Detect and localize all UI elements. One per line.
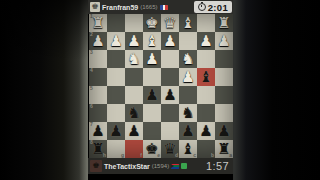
bottom-player-bar: ♚ TheTactixStar (1594) 1:57 (88, 158, 233, 174)
bottom-player-name[interactable]: TheTactixStar (104, 163, 150, 170)
top-player-rating: (1665) (140, 4, 157, 10)
black-knight: ♞ (179, 104, 197, 122)
rank-label-7: 7 (90, 122, 93, 127)
square-b5[interactable] (197, 86, 215, 104)
square-a3[interactable] (215, 50, 233, 68)
rank-label-4: 4 (90, 68, 93, 73)
square-d8[interactable]: d♛ (161, 140, 179, 158)
green-badge-icon (181, 163, 187, 169)
rank-label-2: 2 (90, 32, 93, 37)
square-c5[interactable] (179, 86, 197, 104)
square-f3[interactable]: ♞ (125, 50, 143, 68)
square-b4[interactable]: ♝ (197, 68, 215, 86)
square-c2[interactable] (179, 32, 197, 50)
rank-label-8: 8 (90, 140, 93, 145)
square-b6[interactable] (197, 104, 215, 122)
top-player-bar: ♚ Franfran59 (1665) 2:01 (88, 0, 233, 14)
square-e4[interactable] (143, 68, 161, 86)
rank-label-6: 6 (90, 104, 93, 109)
square-f2[interactable]: ♟ (125, 32, 143, 50)
square-b1[interactable] (197, 14, 215, 32)
square-h7[interactable]: 7♟ (89, 122, 107, 140)
france-flag-icon (160, 5, 168, 10)
white-queen: ♛ (161, 14, 179, 32)
top-player-name[interactable]: Franfran59 (102, 4, 138, 11)
square-a7[interactable]: ♟ (215, 122, 233, 140)
letterbox-right (233, 0, 320, 180)
white-bishop: ♝ (143, 32, 161, 50)
square-h3[interactable]: 3 (89, 50, 107, 68)
square-g6[interactable] (107, 104, 125, 122)
square-a6[interactable] (215, 104, 233, 122)
black-pawn: ♟ (161, 86, 179, 104)
square-b8[interactable]: b (197, 140, 215, 158)
white-pawn: ♟ (179, 68, 197, 86)
square-c6[interactable]: ♞ (179, 104, 197, 122)
white-pawn: ♟ (215, 32, 233, 50)
square-g5[interactable] (107, 86, 125, 104)
black-pawn: ♟ (125, 122, 143, 140)
white-rook: ♜ (215, 14, 233, 32)
white-pawn: ♟ (107, 32, 125, 50)
square-f6[interactable]: ♞ (125, 104, 143, 122)
white-pawn: ♟ (143, 50, 161, 68)
square-e8[interactable]: e♚ (143, 140, 161, 158)
square-d2[interactable]: ♟ (161, 32, 179, 50)
square-h8[interactable]: 8h♜ (89, 140, 107, 158)
square-f5[interactable] (125, 86, 143, 104)
screenshot-frame: ♚ Franfran59 (1665) 2:01 1♜♚♛♝♜2♟♟♟♝♟♟♟3… (0, 0, 320, 180)
letterbox-left (0, 0, 88, 180)
rank-label-3: 3 (90, 50, 93, 55)
black-pawn: ♟ (215, 122, 233, 140)
rank-label-1: 1 (90, 14, 93, 19)
square-e1[interactable]: ♚ (143, 14, 161, 32)
square-h1[interactable]: 1♜ (89, 14, 107, 32)
square-e2[interactable]: ♝ (143, 32, 161, 50)
top-player-avatar[interactable]: ♚ (90, 2, 100, 12)
square-c1[interactable]: ♝ (179, 14, 197, 32)
black-pawn: ♟ (197, 122, 215, 140)
square-a1[interactable]: ♜ (215, 14, 233, 32)
bottom-player-rating: (1594) (152, 163, 169, 169)
square-a2[interactable]: ♟ (215, 32, 233, 50)
square-h2[interactable]: 2♟ (89, 32, 107, 50)
square-f7[interactable]: ♟ (125, 122, 143, 140)
square-e6[interactable] (143, 104, 161, 122)
white-king: ♚ (143, 14, 161, 32)
bottom-black-strip (88, 174, 233, 180)
white-pawn: ♟ (161, 32, 179, 50)
square-c4[interactable]: ♟ (179, 68, 197, 86)
square-f1[interactable] (125, 14, 143, 32)
black-pawn: ♟ (179, 122, 197, 140)
white-bishop: ♝ (179, 14, 197, 32)
square-d3[interactable] (161, 50, 179, 68)
square-c8[interactable]: c♝ (179, 140, 197, 158)
white-knight: ♞ (125, 50, 143, 68)
square-g4[interactable] (107, 68, 125, 86)
square-g3[interactable] (107, 50, 125, 68)
square-b2[interactable]: ♟ (197, 32, 215, 50)
square-h4[interactable]: 4 (89, 68, 107, 86)
square-b3[interactable] (197, 50, 215, 68)
black-knight: ♞ (125, 104, 143, 122)
square-d4[interactable] (161, 68, 179, 86)
square-c3[interactable]: ♞ (179, 50, 197, 68)
black-pawn: ♟ (107, 122, 125, 140)
square-e7[interactable] (143, 122, 161, 140)
square-h5[interactable]: 5 (89, 86, 107, 104)
square-d1[interactable]: ♛ (161, 14, 179, 32)
square-g1[interactable] (107, 14, 125, 32)
rank-label-5: 5 (90, 86, 93, 91)
white-pawn: ♟ (125, 32, 143, 50)
square-a8[interactable]: a♜ (215, 140, 233, 158)
square-f4[interactable] (125, 68, 143, 86)
square-a4[interactable] (215, 68, 233, 86)
square-e3[interactable]: ♟ (143, 50, 161, 68)
square-a5[interactable] (215, 86, 233, 104)
square-g2[interactable]: ♟ (107, 32, 125, 50)
bottom-player-clock: 1:57 (206, 160, 233, 172)
square-f8[interactable]: f (125, 140, 143, 158)
white-knight: ♞ (179, 50, 197, 68)
board: 1♜♚♛♝♜2♟♟♟♝♟♟♟3♞♟♞4♟♝5♟♟6♞♞7♟♟♟♟♟♟8h♜gfe… (89, 14, 233, 158)
square-e5[interactable]: ♟ (143, 86, 161, 104)
square-h6[interactable]: 6 (89, 104, 107, 122)
square-c7[interactable]: ♟ (179, 122, 197, 140)
black-pawn: ♟ (143, 86, 161, 104)
black-bishop: ♝ (197, 68, 215, 86)
south-africa-flag-icon (171, 164, 179, 169)
stopwatch-icon (198, 3, 206, 11)
top-player-clock: 2:01 (194, 1, 232, 13)
white-pawn: ♟ (197, 32, 215, 50)
square-g7[interactable]: ♟ (107, 122, 125, 140)
top-clock-time: 2:01 (208, 2, 228, 13)
square-d7[interactable] (161, 122, 179, 140)
square-d6[interactable] (161, 104, 179, 122)
bottom-player-avatar[interactable]: ♚ (90, 160, 102, 172)
square-d5[interactable]: ♟ (161, 86, 179, 104)
square-g8[interactable]: g (107, 140, 125, 158)
square-b7[interactable]: ♟ (197, 122, 215, 140)
